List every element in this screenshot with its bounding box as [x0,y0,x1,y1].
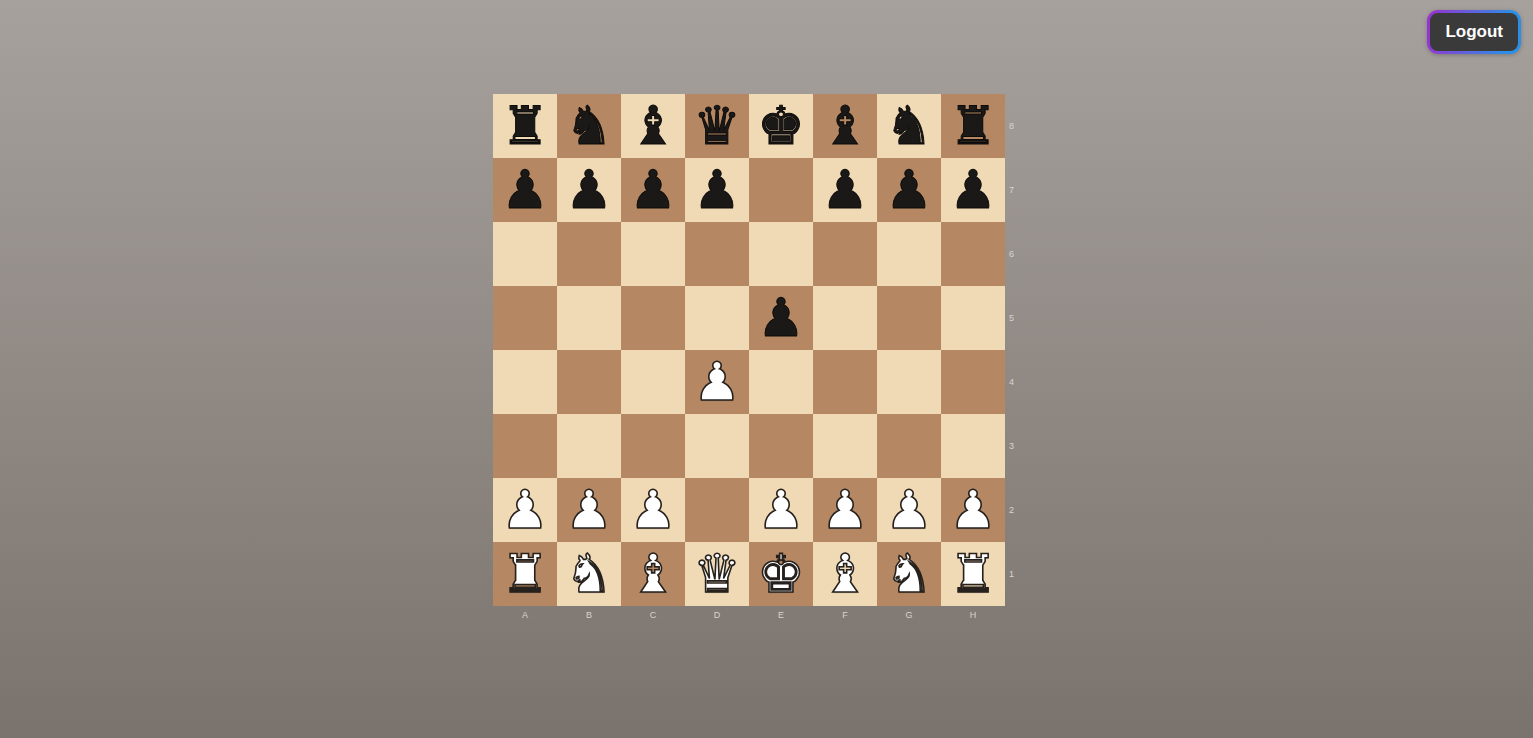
square-d3[interactable] [685,414,749,478]
square-e7[interactable] [749,158,813,222]
piece-white-rook[interactable]: ♜ [493,542,557,606]
square-a6[interactable] [493,222,557,286]
logout-button-border: Logout [1427,10,1521,54]
square-f8[interactable]: ♝ [813,94,877,158]
piece-white-knight[interactable]: ♞ [877,542,941,606]
rank-label-3: 3 [1009,414,1023,478]
square-c4[interactable] [621,350,685,414]
piece-black-bishop[interactable]: ♝ [813,94,877,158]
rank-label-8: 8 [1009,94,1023,158]
square-b6[interactable] [557,222,621,286]
piece-black-pawn[interactable]: ♟ [941,158,1005,222]
square-f2[interactable]: ♟ [813,478,877,542]
square-h6[interactable] [941,222,1005,286]
square-d2[interactable] [685,478,749,542]
square-b8[interactable]: ♞ [557,94,621,158]
square-c8[interactable]: ♝ [621,94,685,158]
piece-black-queen[interactable]: ♛ [685,94,749,158]
piece-white-queen[interactable]: ♛ [685,542,749,606]
file-label-b: B [557,608,621,624]
square-f1[interactable]: ♝ [813,542,877,606]
piece-white-rook[interactable]: ♜ [941,542,1005,606]
piece-black-pawn[interactable]: ♟ [813,158,877,222]
square-e2[interactable]: ♟ [749,478,813,542]
piece-white-pawn[interactable]: ♟ [557,478,621,542]
square-g2[interactable]: ♟ [877,478,941,542]
rank-label-1: 1 [1009,542,1023,606]
file-label-c: C [621,608,685,624]
square-h8[interactable]: ♜ [941,94,1005,158]
rank-label-6: 6 [1009,222,1023,286]
square-h3[interactable] [941,414,1005,478]
piece-white-pawn[interactable]: ♟ [749,478,813,542]
square-c1[interactable]: ♝ [621,542,685,606]
rank-labels: 87654321 [1009,94,1023,606]
square-g4[interactable] [877,350,941,414]
piece-black-pawn[interactable]: ♟ [685,158,749,222]
board-grid: ♜♞♝♛♚♝♞♜♟♟♟♟♟♟♟♟♟♟♟♟♟♟♟♟♜♞♝♛♚♝♞♜ [493,94,1005,606]
square-a2[interactable]: ♟ [493,478,557,542]
file-label-e: E [749,608,813,624]
square-a5[interactable] [493,286,557,350]
rank-label-7: 7 [1009,158,1023,222]
square-c5[interactable] [621,286,685,350]
piece-black-rook[interactable]: ♜ [941,94,1005,158]
square-b7[interactable]: ♟ [557,158,621,222]
piece-white-bishop[interactable]: ♝ [621,542,685,606]
square-d8[interactable]: ♛ [685,94,749,158]
piece-black-knight[interactable]: ♞ [877,94,941,158]
file-label-a: A [493,608,557,624]
file-label-f: F [813,608,877,624]
piece-black-bishop[interactable]: ♝ [621,94,685,158]
piece-black-pawn[interactable]: ♟ [493,158,557,222]
square-f4[interactable] [813,350,877,414]
piece-black-knight[interactable]: ♞ [557,94,621,158]
square-b1[interactable]: ♞ [557,542,621,606]
square-c2[interactable]: ♟ [621,478,685,542]
square-a8[interactable]: ♜ [493,94,557,158]
piece-white-knight[interactable]: ♞ [557,542,621,606]
piece-white-bishop[interactable]: ♝ [813,542,877,606]
square-f5[interactable] [813,286,877,350]
piece-white-pawn[interactable]: ♟ [493,478,557,542]
rank-label-4: 4 [1009,350,1023,414]
piece-black-pawn[interactable]: ♟ [749,286,813,350]
square-g7[interactable]: ♟ [877,158,941,222]
rank-label-5: 5 [1009,286,1023,350]
square-d4[interactable]: ♟ [685,350,749,414]
file-label-h: H [941,608,1005,624]
piece-white-pawn[interactable]: ♟ [813,478,877,542]
logout-button[interactable]: Logout [1430,13,1518,51]
square-e3[interactable] [749,414,813,478]
square-a3[interactable] [493,414,557,478]
piece-black-pawn[interactable]: ♟ [557,158,621,222]
square-a1[interactable]: ♜ [493,542,557,606]
file-labels: ABCDEFGH [493,608,1005,624]
square-c6[interactable] [621,222,685,286]
square-e6[interactable] [749,222,813,286]
page-background: { "game": "chess", "position": { "fen": … [0,0,1533,738]
square-g3[interactable] [877,414,941,478]
piece-white-pawn[interactable]: ♟ [941,478,1005,542]
square-g1[interactable]: ♞ [877,542,941,606]
file-label-g: G [877,608,941,624]
square-b3[interactable] [557,414,621,478]
square-e1[interactable]: ♚ [749,542,813,606]
piece-black-pawn[interactable]: ♟ [621,158,685,222]
rank-label-2: 2 [1009,478,1023,542]
square-f6[interactable] [813,222,877,286]
piece-white-pawn[interactable]: ♟ [685,350,749,414]
square-b4[interactable] [557,350,621,414]
square-g6[interactable] [877,222,941,286]
square-a7[interactable]: ♟ [493,158,557,222]
square-e5[interactable]: ♟ [749,286,813,350]
piece-black-pawn[interactable]: ♟ [877,158,941,222]
square-c7[interactable]: ♟ [621,158,685,222]
square-h1[interactable]: ♜ [941,542,1005,606]
square-g8[interactable]: ♞ [877,94,941,158]
square-d5[interactable] [685,286,749,350]
square-d6[interactable] [685,222,749,286]
square-b5[interactable] [557,286,621,350]
chess-board: ♜♞♝♛♚♝♞♜♟♟♟♟♟♟♟♟♟♟♟♟♟♟♟♟♜♞♝♛♚♝♞♜ 8765432… [493,94,1005,606]
square-e4[interactable] [749,350,813,414]
square-h7[interactable]: ♟ [941,158,1005,222]
square-c3[interactable] [621,414,685,478]
square-f3[interactable] [813,414,877,478]
square-h5[interactable] [941,286,1005,350]
square-b2[interactable]: ♟ [557,478,621,542]
piece-white-pawn[interactable]: ♟ [621,478,685,542]
square-h2[interactable]: ♟ [941,478,1005,542]
square-f7[interactable]: ♟ [813,158,877,222]
file-label-d: D [685,608,749,624]
square-d7[interactable]: ♟ [685,158,749,222]
square-g5[interactable] [877,286,941,350]
square-h4[interactable] [941,350,1005,414]
square-d1[interactable]: ♛ [685,542,749,606]
piece-white-pawn[interactable]: ♟ [877,478,941,542]
square-a4[interactable] [493,350,557,414]
piece-black-rook[interactable]: ♜ [493,94,557,158]
piece-white-king[interactable]: ♚ [749,542,813,606]
square-e8[interactable]: ♚ [749,94,813,158]
piece-black-king[interactable]: ♚ [749,94,813,158]
